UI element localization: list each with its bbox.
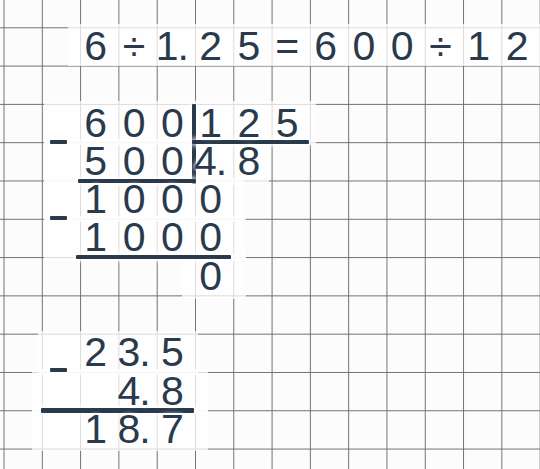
digit-cell: 1 <box>76 219 114 257</box>
minus-sign-subtraction <box>50 368 67 372</box>
digit-cell: 3. <box>114 334 152 372</box>
digit-cell: 1 <box>191 104 229 142</box>
digit-cell: 0 <box>114 104 152 142</box>
digit-cell: 0 <box>114 181 152 219</box>
digit-cell: 2 <box>76 334 114 372</box>
digit-cell: 1 <box>459 27 497 65</box>
minus-sign-division-step2 <box>50 216 67 220</box>
digit-cell: 8. <box>114 410 152 448</box>
operator-cell: ÷ <box>421 27 459 65</box>
digit-cell: 0 <box>191 257 229 295</box>
squared-paper-canvas: 6÷1.25=600÷126001255004.810001000023.54.… <box>0 0 540 469</box>
digit-cell: 5 <box>268 104 306 142</box>
digit-cell: 2 <box>229 104 267 142</box>
digit-cell: 0 <box>153 181 191 219</box>
digit-cell: 5 <box>76 142 114 180</box>
digit-cell: 4. <box>191 142 229 180</box>
digit-cell: 0 <box>153 104 191 142</box>
minus-sign-division-step1 <box>50 140 67 144</box>
digit-cell: 0 <box>153 142 191 180</box>
digit-cell: 6 <box>76 27 114 65</box>
digit-cell: 6 <box>306 27 344 65</box>
digit-cell: 0 <box>383 27 421 65</box>
digit-cell: 2 <box>497 27 535 65</box>
digit-cell: 0 <box>344 27 382 65</box>
digit-cell: 6 <box>76 104 114 142</box>
digit-cell: 0 <box>191 219 229 257</box>
digit-cell: 5 <box>229 27 267 65</box>
digit-cell: 0 <box>114 219 152 257</box>
digit-cell: 4. <box>114 372 152 410</box>
digit-cell: 0 <box>153 219 191 257</box>
digit-cell: 1 <box>76 410 114 448</box>
digit-cell: 1. <box>153 27 191 65</box>
digit-cell: 0 <box>191 181 229 219</box>
digit-cell: 2 <box>191 27 229 65</box>
digit-cell: 5 <box>153 334 191 372</box>
digit-cell: 8 <box>229 142 267 180</box>
digit-cell: 1 <box>76 181 114 219</box>
operator-cell: = <box>268 27 306 65</box>
digit-cell: 7 <box>153 410 191 448</box>
digit-cell: 8 <box>153 372 191 410</box>
operator-cell: ÷ <box>114 27 152 65</box>
digit-cell: 0 <box>114 142 152 180</box>
